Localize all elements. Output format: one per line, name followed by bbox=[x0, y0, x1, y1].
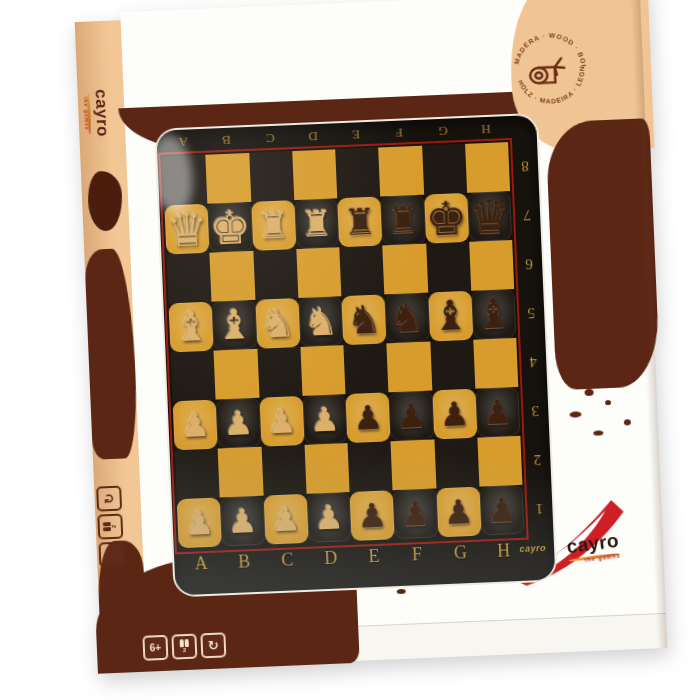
players-icon: 2 bbox=[171, 634, 197, 660]
file-label-near-f: F bbox=[395, 543, 439, 566]
black-bishop[interactable]: ♝ bbox=[474, 293, 512, 336]
file-label-far-b: B bbox=[205, 131, 249, 149]
rank-label-8: 8 bbox=[511, 141, 539, 191]
square-f3[interactable]: ♟ bbox=[389, 390, 434, 441]
square-h8[interactable] bbox=[465, 142, 510, 193]
square-c3[interactable]: ♟ bbox=[259, 396, 304, 447]
white-pawn[interactable]: ♟ bbox=[184, 506, 215, 540]
file-label-near-a: A bbox=[179, 552, 223, 575]
black-rook[interactable]: ♜ bbox=[343, 203, 377, 240]
timer-icon: ↻ bbox=[96, 486, 122, 512]
black-pawn[interactable]: ♟ bbox=[482, 395, 513, 429]
square-g2[interactable] bbox=[434, 438, 479, 489]
square-g6[interactable] bbox=[426, 242, 471, 293]
file-label-far-h: H bbox=[464, 120, 508, 138]
square-b4[interactable] bbox=[214, 349, 259, 400]
black-bishop[interactable]: ♝ bbox=[431, 295, 469, 338]
square-f4[interactable] bbox=[387, 342, 432, 393]
chess-set-box: cayro the games 6+ 2 ↻ AJEDREZ · CHESS ·… bbox=[75, 0, 668, 672]
black-pawn[interactable]: ♟ bbox=[357, 499, 388, 533]
square-d7[interactable]: ♜ bbox=[294, 198, 339, 249]
black-knight[interactable]: ♞ bbox=[346, 300, 383, 340]
square-d3[interactable]: ♟ bbox=[302, 394, 347, 445]
side-spec-icons: 6+ 2 ↻ bbox=[96, 486, 124, 568]
rank-label-1: 1 bbox=[525, 484, 553, 534]
file-label-near-e: E bbox=[352, 545, 396, 568]
square-d8[interactable] bbox=[292, 149, 337, 200]
players-count: 2 bbox=[183, 648, 186, 654]
black-rook[interactable]: ♜ bbox=[386, 201, 420, 238]
square-a3[interactable]: ♟ bbox=[173, 400, 218, 451]
white-pawn[interactable]: ♟ bbox=[314, 500, 345, 534]
square-e5[interactable]: ♞ bbox=[341, 294, 386, 345]
person-icon bbox=[180, 639, 184, 647]
white-rook[interactable]: ♜ bbox=[300, 205, 334, 242]
square-d2[interactable] bbox=[304, 443, 349, 494]
file-label-near-b: B bbox=[222, 551, 266, 574]
square-h6[interactable] bbox=[469, 240, 514, 291]
black-pawn[interactable]: ♟ bbox=[486, 493, 517, 527]
square-e4[interactable] bbox=[343, 343, 388, 394]
square-a4[interactable] bbox=[171, 351, 216, 402]
file-label-far-d: D bbox=[291, 127, 335, 145]
square-f6[interactable] bbox=[383, 244, 428, 295]
file-label-far-f: F bbox=[377, 124, 421, 142]
square-h5[interactable]: ♝ bbox=[471, 289, 516, 340]
black-pawn[interactable]: ♟ bbox=[443, 495, 474, 529]
square-f1[interactable]: ♟ bbox=[393, 488, 438, 539]
paint-speck bbox=[624, 419, 631, 425]
square-h3[interactable]: ♟ bbox=[475, 387, 520, 438]
square-f7[interactable]: ♜ bbox=[380, 195, 425, 246]
square-g1[interactable]: ♟ bbox=[436, 487, 481, 538]
board-squares: ♛♚♜♜♜♜♚♛♝♝♞♞♞♞♝♝♟♟♟♟♟♟♟♟♟♟♟♟♟♟♟♟ bbox=[162, 142, 524, 548]
square-f5[interactable]: ♞ bbox=[385, 293, 430, 344]
square-e2[interactable] bbox=[348, 441, 393, 492]
square-h1[interactable]: ♟ bbox=[479, 485, 524, 536]
white-pawn[interactable]: ♟ bbox=[223, 406, 254, 440]
black-pawn[interactable]: ♟ bbox=[396, 399, 427, 433]
file-label-near-d: D bbox=[309, 547, 353, 570]
rotate-arrow-icon: ↻ bbox=[208, 639, 219, 652]
spec-icons-row: 6+ 2 ↻ bbox=[142, 632, 226, 660]
rank-label-2: 2 bbox=[523, 435, 551, 485]
square-b1[interactable]: ♟ bbox=[220, 496, 265, 547]
black-pawn[interactable]: ♟ bbox=[400, 497, 431, 531]
white-queen[interactable]: ♛ bbox=[165, 205, 208, 253]
black-knight[interactable]: ♞ bbox=[389, 298, 426, 338]
file-label-far-g: G bbox=[421, 122, 465, 140]
white-pawn[interactable]: ♟ bbox=[309, 402, 340, 436]
rank-label-7: 7 bbox=[513, 190, 541, 240]
rotate-arrow-icon: ↻ bbox=[102, 493, 115, 504]
black-pawn[interactable]: ♟ bbox=[353, 401, 384, 435]
square-g8[interactable] bbox=[422, 144, 467, 195]
square-e1[interactable]: ♟ bbox=[350, 490, 395, 541]
side-cayro-logo: cayro the games bbox=[82, 78, 113, 149]
white-pawn[interactable]: ♟ bbox=[227, 504, 258, 538]
square-g5[interactable]: ♝ bbox=[428, 291, 473, 342]
square-a1[interactable]: ♟ bbox=[177, 497, 222, 548]
file-label-far-e: E bbox=[334, 126, 378, 144]
person-icon bbox=[103, 527, 111, 531]
square-f2[interactable] bbox=[391, 439, 436, 490]
square-c5[interactable]: ♞ bbox=[255, 298, 300, 349]
white-knight[interactable]: ♞ bbox=[259, 303, 296, 343]
square-d6[interactable] bbox=[296, 247, 341, 298]
product-photo-stage: cayro the games 6+ 2 ↻ AJEDREZ · CHESS ·… bbox=[0, 0, 700, 700]
display-window: ABCDEFGH ABCDEFGH 87654321 ♛♚♜♜♜♜♚♛♝♝♞♞♞… bbox=[156, 115, 555, 596]
rank-label-4: 4 bbox=[519, 337, 547, 387]
square-d4[interactable] bbox=[300, 345, 345, 396]
square-a2[interactable] bbox=[175, 449, 220, 500]
white-bishop[interactable]: ♝ bbox=[215, 304, 253, 347]
paint-speck bbox=[397, 589, 406, 594]
paint-stroke bbox=[87, 170, 123, 231]
file-label-far-c: C bbox=[248, 129, 292, 147]
file-label-near-c: C bbox=[265, 549, 309, 572]
square-b8[interactable] bbox=[206, 153, 251, 204]
white-pawn[interactable]: ♟ bbox=[180, 408, 211, 442]
square-c8[interactable] bbox=[249, 151, 294, 202]
person-icon bbox=[103, 522, 111, 526]
age-badge: 6+ bbox=[142, 635, 168, 661]
square-d1[interactable]: ♟ bbox=[306, 492, 351, 543]
black-king[interactable]: ♚ bbox=[425, 194, 468, 242]
square-a5[interactable]: ♝ bbox=[169, 302, 214, 353]
file-label-near-g: G bbox=[438, 542, 482, 565]
square-e7[interactable]: ♜ bbox=[337, 196, 382, 247]
square-e8[interactable] bbox=[335, 148, 380, 199]
box-front-face: MADERA · WOOD · BOIS HOLZ · MADEIRA · LE… bbox=[120, 0, 667, 670]
square-h4[interactable] bbox=[473, 338, 518, 389]
wood-log-icon bbox=[530, 58, 565, 83]
square-c1[interactable]: ♟ bbox=[263, 494, 308, 545]
square-f8[interactable] bbox=[378, 146, 423, 197]
paint-speck bbox=[605, 400, 611, 405]
black-queen[interactable]: ♛ bbox=[468, 193, 511, 241]
paint-speck bbox=[569, 411, 581, 417]
players-icon: 2 bbox=[97, 514, 123, 540]
square-g7[interactable]: ♚ bbox=[424, 193, 469, 244]
paint-speck bbox=[593, 430, 603, 435]
square-c6[interactable] bbox=[253, 249, 298, 300]
players-count: 2 bbox=[112, 525, 118, 528]
rank-label-3: 3 bbox=[521, 386, 549, 436]
square-b2[interactable] bbox=[218, 447, 263, 498]
square-c4[interactable] bbox=[257, 347, 302, 398]
square-h2[interactable] bbox=[477, 436, 522, 487]
white-bishop[interactable]: ♝ bbox=[172, 306, 210, 349]
white-knight[interactable]: ♞ bbox=[302, 301, 339, 341]
black-pawn[interactable]: ♟ bbox=[439, 397, 470, 431]
badge-text-top: MADERA · WOOD · BOIS bbox=[505, 25, 587, 71]
natural-wood-badge: MADERA · WOOD · BOIS HOLZ · MADEIRA · LE… bbox=[505, 25, 595, 115]
square-c7[interactable]: ♜ bbox=[251, 200, 296, 251]
paint-stroke bbox=[545, 118, 660, 390]
side-brand-text: cayro bbox=[91, 89, 112, 138]
square-h7[interactable]: ♛ bbox=[467, 191, 512, 242]
age-badge: 6+ bbox=[98, 542, 124, 568]
square-g4[interactable] bbox=[430, 340, 475, 391]
square-b3[interactable]: ♟ bbox=[216, 398, 261, 449]
age-label: 6+ bbox=[106, 549, 116, 561]
person-icon bbox=[185, 639, 189, 647]
white-pawn[interactable]: ♟ bbox=[266, 404, 297, 438]
rank-label-5: 5 bbox=[517, 288, 545, 338]
age-label: 6+ bbox=[150, 643, 162, 653]
timer-icon: ↻ bbox=[200, 632, 226, 658]
square-e3[interactable]: ♟ bbox=[345, 392, 390, 443]
board-brand-print: cayro bbox=[519, 543, 546, 554]
square-b7[interactable]: ♚ bbox=[208, 202, 253, 253]
square-b6[interactable] bbox=[210, 251, 255, 302]
svg-text:MADERA · WOOD · BOIS: MADERA · WOOD · BOIS bbox=[505, 25, 587, 71]
square-d5[interactable]: ♞ bbox=[298, 296, 343, 347]
square-c2[interactable] bbox=[261, 445, 306, 496]
square-b5[interactable]: ♝ bbox=[212, 300, 257, 351]
square-g3[interactable]: ♟ bbox=[432, 389, 477, 440]
square-e6[interactable] bbox=[339, 245, 384, 296]
white-pawn[interactable]: ♟ bbox=[270, 502, 301, 536]
rank-label-6: 6 bbox=[515, 239, 543, 289]
white-rook[interactable]: ♜ bbox=[257, 207, 291, 244]
square-a6[interactable] bbox=[166, 253, 211, 304]
white-king[interactable]: ♚ bbox=[209, 203, 252, 251]
paint-speck bbox=[584, 389, 593, 396]
